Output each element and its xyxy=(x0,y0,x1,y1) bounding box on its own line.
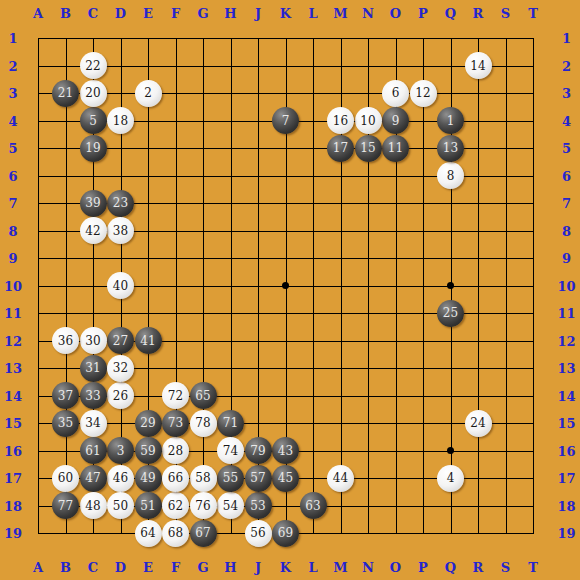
coordinate-label: 16 xyxy=(557,443,575,458)
go-board-diagram: 1234567891011121314151617181920212223242… xyxy=(0,0,580,580)
coordinate-label: P xyxy=(418,6,428,21)
black-stone: 67 xyxy=(190,520,217,547)
black-stone: 35 xyxy=(52,410,79,437)
white-stone: 8 xyxy=(437,162,464,189)
black-stone: 29 xyxy=(135,410,162,437)
black-stone: 11 xyxy=(382,135,409,162)
coordinate-label: 18 xyxy=(4,498,22,513)
black-stone: 39 xyxy=(80,190,107,217)
coordinate-label: F xyxy=(171,6,180,21)
white-stone: 10 xyxy=(355,107,382,134)
white-stone: 56 xyxy=(245,520,272,547)
coordinate-label: 15 xyxy=(557,416,575,431)
coordinate-label: 4 xyxy=(8,113,17,128)
black-stone: 71 xyxy=(217,410,244,437)
black-stone: 31 xyxy=(80,355,107,382)
white-stone: 4 xyxy=(437,465,464,492)
black-stone: 79 xyxy=(245,437,272,464)
black-stone: 73 xyxy=(162,410,189,437)
coordinate-label: T xyxy=(528,6,538,21)
coordinate-label: 5 xyxy=(8,141,17,156)
coordinate-label: J xyxy=(255,6,261,21)
coordinate-label: 9 xyxy=(8,251,17,266)
white-stone: 38 xyxy=(107,217,134,244)
white-stone: 66 xyxy=(162,465,189,492)
coordinate-label: R xyxy=(473,559,484,574)
white-stone: 26 xyxy=(107,382,134,409)
coordinate-label: 10 xyxy=(4,278,22,293)
coordinate-label: C xyxy=(88,6,98,21)
coordinate-label: 2 xyxy=(8,58,17,73)
coordinate-label: K xyxy=(280,6,291,21)
black-stone: 59 xyxy=(135,437,162,464)
white-stone: 22 xyxy=(80,52,107,79)
black-stone: 63 xyxy=(300,492,327,519)
white-stone: 50 xyxy=(107,492,134,519)
coordinate-label: 6 xyxy=(8,168,17,183)
coordinate-label: 8 xyxy=(8,223,17,238)
coordinate-label: P xyxy=(418,559,428,574)
black-stone: 37 xyxy=(52,382,79,409)
stone-layer: 1234567891011121314151617181920212223242… xyxy=(24,24,547,547)
coordinate-label: F xyxy=(171,559,180,574)
white-stone: 76 xyxy=(190,492,217,519)
coordinate-label: S xyxy=(501,6,510,21)
coordinate-label: 13 xyxy=(4,361,22,376)
black-stone: 3 xyxy=(107,437,134,464)
coordinate-label: 5 xyxy=(562,141,571,156)
white-stone: 14 xyxy=(465,52,492,79)
white-stone: 36 xyxy=(52,327,79,354)
coordinate-label: T xyxy=(528,559,538,574)
coordinate-label: N xyxy=(362,559,374,574)
black-stone: 65 xyxy=(190,382,217,409)
coordinate-label: Q xyxy=(445,559,456,574)
black-stone: 25 xyxy=(437,300,464,327)
coordinate-label: A xyxy=(33,6,43,21)
white-stone: 54 xyxy=(217,492,244,519)
white-stone: 18 xyxy=(107,107,134,134)
coordinate-label: O xyxy=(390,559,401,574)
black-stone: 1 xyxy=(437,107,464,134)
white-stone: 64 xyxy=(135,520,162,547)
black-stone: 49 xyxy=(135,465,162,492)
white-stone: 60 xyxy=(52,465,79,492)
white-stone: 24 xyxy=(465,410,492,437)
black-stone: 19 xyxy=(80,135,107,162)
coordinate-label: 15 xyxy=(4,416,22,431)
coordinate-label: 10 xyxy=(557,278,575,293)
coordinate-label: H xyxy=(224,559,236,574)
white-stone: 46 xyxy=(107,465,134,492)
star-point xyxy=(447,282,454,289)
coordinate-label: 12 xyxy=(4,333,22,348)
coordinate-label: 14 xyxy=(557,388,575,403)
coordinate-label: G xyxy=(197,6,208,21)
black-stone: 13 xyxy=(437,135,464,162)
coordinate-label: 4 xyxy=(562,113,571,128)
coordinate-label: 1 xyxy=(8,31,17,46)
coordinate-label: K xyxy=(280,559,291,574)
coordinate-label: 7 xyxy=(8,196,17,211)
coordinate-label: 11 xyxy=(557,306,575,321)
coordinate-label: 16 xyxy=(4,443,22,458)
black-stone: 53 xyxy=(245,492,272,519)
black-stone: 51 xyxy=(135,492,162,519)
white-stone: 58 xyxy=(190,465,217,492)
coordinate-label: 6 xyxy=(562,168,571,183)
white-stone: 30 xyxy=(80,327,107,354)
white-stone: 68 xyxy=(162,520,189,547)
white-stone: 12 xyxy=(410,80,437,107)
coordinate-label: 11 xyxy=(4,306,22,321)
white-stone: 48 xyxy=(80,492,107,519)
coordinate-label: 19 xyxy=(557,526,575,541)
black-stone: 77 xyxy=(52,492,79,519)
coordinate-label: B xyxy=(60,6,71,21)
white-stone: 6 xyxy=(382,80,409,107)
star-point xyxy=(447,447,454,454)
white-stone: 78 xyxy=(190,410,217,437)
coordinate-label: 13 xyxy=(557,361,575,376)
black-stone: 61 xyxy=(80,437,107,464)
coordinate-label: 9 xyxy=(562,251,571,266)
black-stone: 41 xyxy=(135,327,162,354)
black-stone: 21 xyxy=(52,80,79,107)
white-stone: 28 xyxy=(162,437,189,464)
white-stone: 20 xyxy=(80,80,107,107)
coordinate-label: J xyxy=(255,559,261,574)
white-stone: 42 xyxy=(80,217,107,244)
black-stone: 33 xyxy=(80,382,107,409)
black-stone: 7 xyxy=(272,107,299,134)
coordinate-label: O xyxy=(390,6,401,21)
coordinate-label: 7 xyxy=(562,196,571,211)
coordinate-label: Q xyxy=(445,6,456,21)
black-stone: 5 xyxy=(80,107,107,134)
coordinate-label: E xyxy=(143,6,153,21)
black-stone: 27 xyxy=(107,327,134,354)
coordinate-label: H xyxy=(224,6,236,21)
coordinate-label: N xyxy=(362,6,374,21)
black-stone: 9 xyxy=(382,107,409,134)
coordinate-label: S xyxy=(501,559,510,574)
white-stone: 62 xyxy=(162,492,189,519)
coordinate-label: M xyxy=(333,6,347,21)
coordinate-label: 17 xyxy=(4,471,22,486)
coordinate-label: A xyxy=(33,559,43,574)
black-stone: 69 xyxy=(272,520,299,547)
coordinate-label: 8 xyxy=(562,223,571,238)
white-stone: 72 xyxy=(162,382,189,409)
coordinate-label: 3 xyxy=(562,86,571,101)
black-stone: 47 xyxy=(80,465,107,492)
coordinate-label: 14 xyxy=(4,388,22,403)
black-stone: 43 xyxy=(272,437,299,464)
coordinate-label: 3 xyxy=(8,86,17,101)
coordinate-label: M xyxy=(333,559,347,574)
white-stone: 32 xyxy=(107,355,134,382)
coordinate-label: G xyxy=(197,559,208,574)
coordinate-label: D xyxy=(115,6,126,21)
black-stone: 55 xyxy=(217,465,244,492)
star-point xyxy=(282,282,289,289)
coordinate-label: L xyxy=(308,6,317,21)
coordinate-label: 19 xyxy=(4,526,22,541)
coordinate-label: L xyxy=(308,559,317,574)
coordinate-label: 18 xyxy=(557,498,575,513)
coordinate-label: B xyxy=(60,559,71,574)
white-stone: 34 xyxy=(80,410,107,437)
coordinate-label: 2 xyxy=(562,58,571,73)
coordinate-label: D xyxy=(115,559,126,574)
white-stone: 2 xyxy=(135,80,162,107)
white-stone: 44 xyxy=(327,465,354,492)
white-stone: 16 xyxy=(327,107,354,134)
black-stone: 45 xyxy=(272,465,299,492)
coordinate-label: C xyxy=(88,559,98,574)
white-stone: 74 xyxy=(217,437,244,464)
white-stone: 40 xyxy=(107,272,134,299)
black-stone: 17 xyxy=(327,135,354,162)
black-stone: 57 xyxy=(245,465,272,492)
black-stone: 15 xyxy=(355,135,382,162)
black-stone: 23 xyxy=(107,190,134,217)
coordinate-label: 1 xyxy=(562,31,571,46)
coordinate-label: R xyxy=(473,6,484,21)
coordinate-label: 17 xyxy=(557,471,575,486)
coordinate-label: E xyxy=(143,559,153,574)
coordinate-label: 12 xyxy=(557,333,575,348)
